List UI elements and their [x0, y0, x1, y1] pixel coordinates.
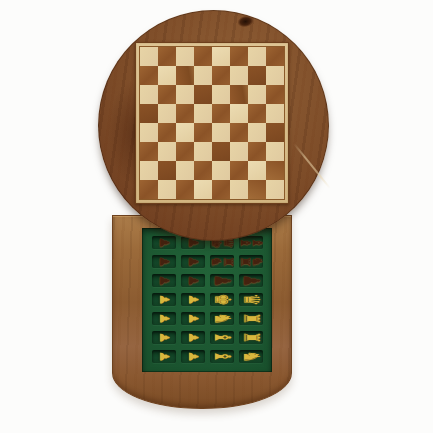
board-square[interactable]: [140, 47, 158, 66]
tray-piece-light[interactable]: ♛: [240, 293, 262, 306]
board-square[interactable]: [212, 47, 230, 66]
board-square[interactable]: [158, 142, 176, 161]
chess-set-photo: ♟♟♚♛♝♝♟♟♞♜♜♞♟♟♟♟♟♟♚♛♟♟♞♜♟♟♝♜♟♟♝♞: [0, 0, 433, 433]
tray-slot[interactable]: ♞: [239, 350, 263, 363]
tray-slot[interactable]: ♜: [239, 312, 263, 325]
tray-piece-light[interactable]: ♞: [240, 350, 262, 363]
board-square[interactable]: [158, 47, 176, 66]
board-square[interactable]: [140, 66, 158, 85]
tray-piece-dark[interactable]: ♟: [158, 255, 171, 268]
tray-slot[interactable]: ♟: [181, 255, 205, 268]
tray-piece-light[interactable]: ♞: [211, 312, 233, 325]
tray-slot[interactable]: ♟: [152, 255, 176, 268]
tray-piece-light[interactable]: ♟: [187, 350, 200, 363]
tray-piece-dark[interactable]: ♟: [240, 274, 262, 287]
tray-slot[interactable]: ♝: [210, 350, 234, 363]
board-square[interactable]: [266, 142, 284, 161]
board-square[interactable]: [230, 104, 248, 123]
tray-slot[interactable]: ♜♞: [239, 255, 263, 268]
tray-slot[interactable]: ♟: [152, 236, 176, 249]
board-square[interactable]: [194, 123, 212, 142]
tray-piece-light[interactable]: ♟: [187, 293, 200, 306]
board-square[interactable]: [266, 180, 284, 199]
board-square[interactable]: [158, 85, 176, 104]
tray-slot[interactable]: ♟: [181, 293, 205, 306]
board-square[interactable]: [230, 47, 248, 66]
tray-slot[interactable]: ♚: [210, 293, 234, 306]
tray-slot[interactable]: ♟: [152, 312, 176, 325]
tray-slot[interactable]: ♞♜: [210, 255, 234, 268]
tray-slot[interactable]: ♟: [152, 331, 176, 344]
tray-piece-dark[interactable]: ♟: [187, 274, 200, 287]
tray-piece-dark[interactable]: ♟: [158, 236, 171, 249]
tray-piece-dark[interactable]: ♟: [158, 274, 171, 287]
board-square[interactable]: [212, 123, 230, 142]
board-square[interactable]: [248, 85, 266, 104]
tray-piece-dark[interactable]: ♞: [251, 256, 264, 268]
tray-slot[interactable]: ♟: [181, 350, 205, 363]
tray-piece-light[interactable]: ♝: [211, 331, 233, 344]
tray-slot[interactable]: ♟: [181, 331, 205, 344]
tray-slot[interactable]: ♞: [210, 312, 234, 325]
board-square[interactable]: [212, 161, 230, 180]
board-square[interactable]: [212, 85, 230, 104]
board-square[interactable]: [248, 161, 266, 180]
board-square[interactable]: [248, 47, 266, 66]
board-square[interactable]: [158, 161, 176, 180]
board-square[interactable]: [230, 161, 248, 180]
board-frame: [135, 42, 289, 204]
board-square[interactable]: [176, 180, 194, 199]
tray-slot[interactable]: ♜: [239, 331, 263, 344]
tray-piece-dark[interactable]: ♟: [211, 274, 233, 287]
board-square[interactable]: [230, 85, 248, 104]
tray-slot[interactable]: ♟: [152, 293, 176, 306]
board-square[interactable]: [212, 180, 230, 199]
tray-slot[interactable]: ♟: [152, 274, 176, 287]
board-square[interactable]: [266, 66, 284, 85]
board-square[interactable]: [212, 104, 230, 123]
board-square[interactable]: [248, 180, 266, 199]
tray-piece-light[interactable]: ♟: [158, 312, 171, 325]
board-square[interactable]: [248, 104, 266, 123]
board-square[interactable]: [230, 66, 248, 85]
wood-knot: [235, 13, 256, 30]
tray-piece-dark[interactable]: ♟: [187, 255, 200, 268]
tray-slot[interactable]: ♟: [210, 274, 234, 287]
board-square[interactable]: [212, 142, 230, 161]
board-square[interactable]: [194, 85, 212, 104]
board-square[interactable]: [194, 142, 212, 161]
board-square[interactable]: [176, 47, 194, 66]
board-square[interactable]: [176, 85, 194, 104]
board-square[interactable]: [158, 180, 176, 199]
board-square[interactable]: [158, 66, 176, 85]
board-square[interactable]: [248, 123, 266, 142]
tray-piece-light[interactable]: ♜: [240, 331, 262, 344]
board-square[interactable]: [194, 66, 212, 85]
board-square[interactable]: [176, 104, 194, 123]
board-square[interactable]: [158, 104, 176, 123]
tray-piece-light[interactable]: ♚: [211, 293, 233, 306]
board-square[interactable]: [212, 66, 230, 85]
tray-piece-light[interactable]: ♟: [187, 312, 200, 325]
board-square[interactable]: [158, 123, 176, 142]
board-square[interactable]: [194, 104, 212, 123]
tray-piece-light[interactable]: ♝: [211, 350, 233, 363]
board-square[interactable]: [140, 85, 158, 104]
chessboard[interactable]: [139, 46, 285, 200]
board-square[interactable]: [194, 161, 212, 180]
board-square[interactable]: [266, 85, 284, 104]
board-square[interactable]: [266, 47, 284, 66]
board-square[interactable]: [140, 123, 158, 142]
board-square[interactable]: [176, 123, 194, 142]
tray-piece-dark[interactable]: ♜: [222, 256, 235, 268]
board-square[interactable]: [140, 104, 158, 123]
tray-piece-light[interactable]: ♟: [187, 331, 200, 344]
tray-slot[interactable]: ♟: [239, 274, 263, 287]
board-square[interactable]: [194, 47, 212, 66]
board-square[interactable]: [230, 142, 248, 161]
tray-piece-dark[interactable]: ♝: [251, 237, 264, 249]
board-square[interactable]: [140, 142, 158, 161]
board-square[interactable]: [248, 66, 266, 85]
tray-slot[interactable]: ♟: [181, 274, 205, 287]
board-square[interactable]: [176, 66, 194, 85]
board-square[interactable]: [140, 161, 158, 180]
tray-piece-light[interactable]: ♟: [158, 293, 171, 306]
board-square[interactable]: [266, 104, 284, 123]
tray-piece-light[interactable]: ♜: [240, 312, 262, 325]
board-square[interactable]: [176, 161, 194, 180]
tray-slot[interactable]: ♟: [152, 350, 176, 363]
scratch-mark: [293, 143, 331, 189]
felt-tray: ♟♟♚♛♝♝♟♟♞♜♜♞♟♟♟♟♟♟♚♛♟♟♞♜♟♟♝♜♟♟♝♞: [142, 228, 272, 372]
board-square[interactable]: [194, 180, 212, 199]
tray-slot[interactable]: ♝♝: [239, 236, 263, 249]
tray-slot[interactable]: ♛: [239, 293, 263, 306]
board-square[interactable]: [266, 123, 284, 142]
board-square[interactable]: [140, 180, 158, 199]
board-square[interactable]: [266, 161, 284, 180]
board-square[interactable]: [248, 142, 266, 161]
tray-piece-light[interactable]: ♟: [158, 331, 171, 344]
board-square[interactable]: [176, 142, 194, 161]
tray-slot[interactable]: ♝: [210, 331, 234, 344]
tray-piece-light[interactable]: ♟: [158, 350, 171, 363]
board-square[interactable]: [230, 180, 248, 199]
tray-slot[interactable]: ♟: [181, 312, 205, 325]
board-square[interactable]: [230, 123, 248, 142]
